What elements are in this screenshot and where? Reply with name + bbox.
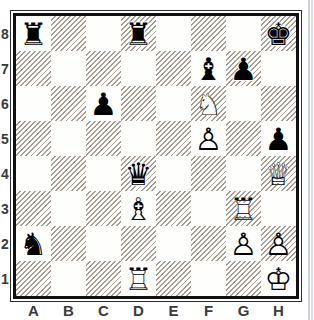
file-label-e: E [156,302,191,319]
rank-label-3: 3 [0,191,10,226]
piece-black-bishop: ♝ [191,52,226,87]
square-c1 [86,261,121,296]
piece-white-pawn: ♙ [261,227,296,262]
rank-labels: 87654321 [0,16,10,296]
square-g8 [226,16,261,51]
square-b5 [51,121,86,156]
square-b7 [51,51,86,86]
piece-black-rook: ♜ [121,17,156,52]
square-d4: ♛ [121,156,156,191]
square-d1: ♜♖ [121,261,156,296]
piece-white-king-fill: ♚ [261,262,296,297]
chess-board: ♜♜♚♝♟♟♞♘♟♙♟♛♛♕♝♗♜♖♞♟♙♟♙♜♖♚♔ [10,10,302,302]
square-c4 [86,156,121,191]
file-labels: ABCDEFGH [16,302,296,319]
piece-white-queen-fill: ♛ [261,157,296,192]
square-e4 [156,156,191,191]
square-f5: ♟♙ [191,121,226,156]
square-h7 [261,51,296,86]
square-f1 [191,261,226,296]
square-b6 [51,86,86,121]
piece-black-queen: ♛ [121,157,156,192]
square-a2: ♞ [16,226,51,261]
square-c2 [86,226,121,261]
piece-white-knight-fill: ♞ [191,87,226,122]
piece-white-pawn: ♙ [226,227,261,262]
rank-label-8: 8 [0,16,10,51]
piece-black-rook: ♜ [16,17,51,52]
square-h6 [261,86,296,121]
square-h8: ♚ [261,16,296,51]
square-c8 [86,16,121,51]
file-label-g: G [226,302,261,319]
square-b3 [51,191,86,226]
piece-white-pawn-fill: ♟ [191,122,226,157]
rank-label-6: 6 [0,86,10,121]
square-b2 [51,226,86,261]
piece-black-pawn: ♟ [261,122,296,157]
piece-black-king: ♚ [261,17,296,52]
square-h5: ♟ [261,121,296,156]
square-d2 [121,226,156,261]
square-d3: ♝♗ [121,191,156,226]
square-f7: ♝ [191,51,226,86]
square-g1 [226,261,261,296]
piece-white-pawn-fill: ♟ [226,227,261,262]
piece-white-queen: ♕ [261,157,296,192]
board-grid: ♜♜♚♝♟♟♞♘♟♙♟♛♛♕♝♗♜♖♞♟♙♟♙♜♖♚♔ [16,16,296,296]
image-right-edge-line [307,0,314,320]
square-e8 [156,16,191,51]
square-e2 [156,226,191,261]
rank-label-1: 1 [0,261,10,296]
square-d6 [121,86,156,121]
square-e7 [156,51,191,86]
piece-white-knight: ♘ [191,87,226,122]
rank-label-2: 2 [0,226,10,261]
file-label-h: H [261,302,296,319]
piece-white-rook: ♖ [226,192,261,227]
square-a4 [16,156,51,191]
square-c6: ♟ [86,86,121,121]
square-b8 [51,16,86,51]
square-e3 [156,191,191,226]
piece-white-rook-fill: ♜ [121,262,156,297]
piece-black-pawn: ♟ [226,52,261,87]
board-inner-border: ♜♜♚♝♟♟♞♘♟♙♟♛♛♕♝♗♜♖♞♟♙♟♙♜♖♚♔ [13,13,299,299]
file-label-c: C [86,302,121,319]
square-g2: ♟♙ [226,226,261,261]
square-c7 [86,51,121,86]
square-h1: ♚♔ [261,261,296,296]
square-h4: ♛♕ [261,156,296,191]
square-e5 [156,121,191,156]
square-d8: ♜ [121,16,156,51]
square-a6 [16,86,51,121]
piece-black-knight: ♞ [16,227,51,262]
square-a8: ♜ [16,16,51,51]
square-a5 [16,121,51,156]
rank-label-7: 7 [0,51,10,86]
square-b1 [51,261,86,296]
square-g5 [226,121,261,156]
file-label-f: F [191,302,226,319]
file-label-b: B [51,302,86,319]
piece-white-rook-fill: ♜ [226,192,261,227]
square-e1 [156,261,191,296]
piece-black-pawn: ♟ [86,87,121,122]
square-a7 [16,51,51,86]
square-h2: ♟♙ [261,226,296,261]
piece-white-rook: ♖ [121,262,156,297]
square-h3 [261,191,296,226]
square-f3 [191,191,226,226]
piece-white-pawn-fill: ♟ [261,227,296,262]
square-a3 [16,191,51,226]
piece-white-king: ♔ [261,262,296,297]
rank-label-5: 5 [0,121,10,156]
square-d5 [121,121,156,156]
square-g4 [226,156,261,191]
square-e6 [156,86,191,121]
square-d7 [121,51,156,86]
square-c3 [86,191,121,226]
square-g3: ♜♖ [226,191,261,226]
square-f8 [191,16,226,51]
square-f4 [191,156,226,191]
square-c5 [86,121,121,156]
piece-white-pawn: ♙ [191,122,226,157]
square-f6: ♞♘ [191,86,226,121]
square-a1 [16,261,51,296]
piece-white-bishop-fill: ♝ [121,192,156,227]
piece-white-bishop: ♗ [121,192,156,227]
chess-diagram: 87654321 ♜♜♚♝♟♟♞♘♟♙♟♛♛♕♝♗♜♖♞♟♙♟♙♜♖♚♔ ABC… [0,0,314,320]
rank-label-4: 4 [0,156,10,191]
square-f2 [191,226,226,261]
file-label-d: D [121,302,156,319]
square-b4 [51,156,86,191]
file-label-a: A [16,302,51,319]
square-g6 [226,86,261,121]
square-g7: ♟ [226,51,261,86]
